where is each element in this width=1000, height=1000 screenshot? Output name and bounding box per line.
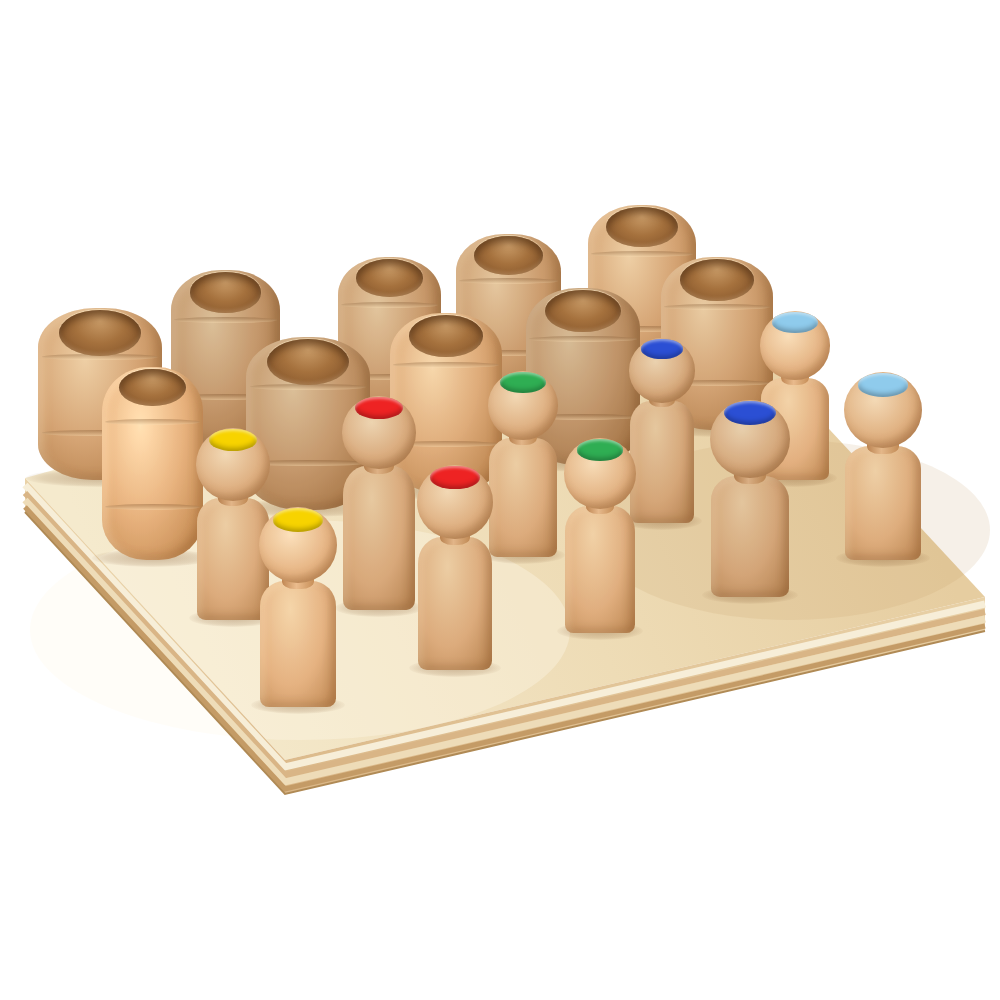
barrel-hoop-lower	[105, 504, 200, 510]
barrel-hoop-upper	[393, 362, 498, 368]
photo-stage	[0, 0, 1000, 1000]
barrel-hoop-upper	[529, 336, 636, 342]
peg-doll-body	[565, 506, 635, 633]
peg-doll-painted-cap-green	[500, 372, 546, 393]
peg-doll-painted-cap-yellow	[273, 508, 324, 531]
barrel-hoop-upper	[341, 302, 438, 308]
barrel-hoop-upper	[664, 304, 769, 310]
peg-doll-blue-back[interactable]	[629, 338, 695, 523]
barrel-opening	[606, 207, 677, 247]
peg-doll-painted-cap-blue	[641, 339, 684, 359]
barrel-mid-1[interactable]	[102, 367, 203, 560]
peg-doll-painted-cap-red	[430, 466, 479, 489]
barrel-opening	[119, 369, 186, 406]
barrel-opening	[59, 310, 141, 356]
barrel-hoop-upper	[591, 251, 693, 257]
barrel-opening	[474, 236, 543, 275]
peg-doll-red-back[interactable]	[342, 396, 416, 610]
barrel-opening	[267, 339, 349, 385]
peg-doll-blue-front[interactable]	[710, 400, 790, 597]
peg-doll-lightblue-front[interactable]	[844, 372, 922, 560]
peg-doll-red-front[interactable]	[417, 465, 493, 670]
barrel-opening	[190, 272, 262, 312]
barrel-hoop-upper	[459, 278, 558, 284]
peg-doll-body	[260, 581, 336, 707]
peg-doll-green-back[interactable]	[488, 371, 558, 557]
peg-doll-body	[489, 438, 557, 558]
peg-doll-body	[845, 446, 921, 560]
barrel-opening	[680, 259, 754, 300]
peg-doll-body	[630, 401, 694, 523]
peg-doll-green-front[interactable]	[564, 438, 636, 633]
peg-doll-painted-cap-lightblue	[858, 373, 909, 396]
barrel-opening	[356, 259, 424, 297]
peg-doll-painted-cap-green	[577, 439, 624, 461]
peg-doll-body	[711, 476, 789, 597]
peg-doll-body	[418, 537, 492, 670]
peg-doll-yellow-front[interactable]	[259, 507, 337, 707]
peg-doll-body	[343, 466, 415, 610]
peg-doll-painted-cap-lightblue	[772, 312, 818, 333]
barrel-opening	[545, 290, 620, 332]
barrel-opening	[409, 315, 483, 356]
